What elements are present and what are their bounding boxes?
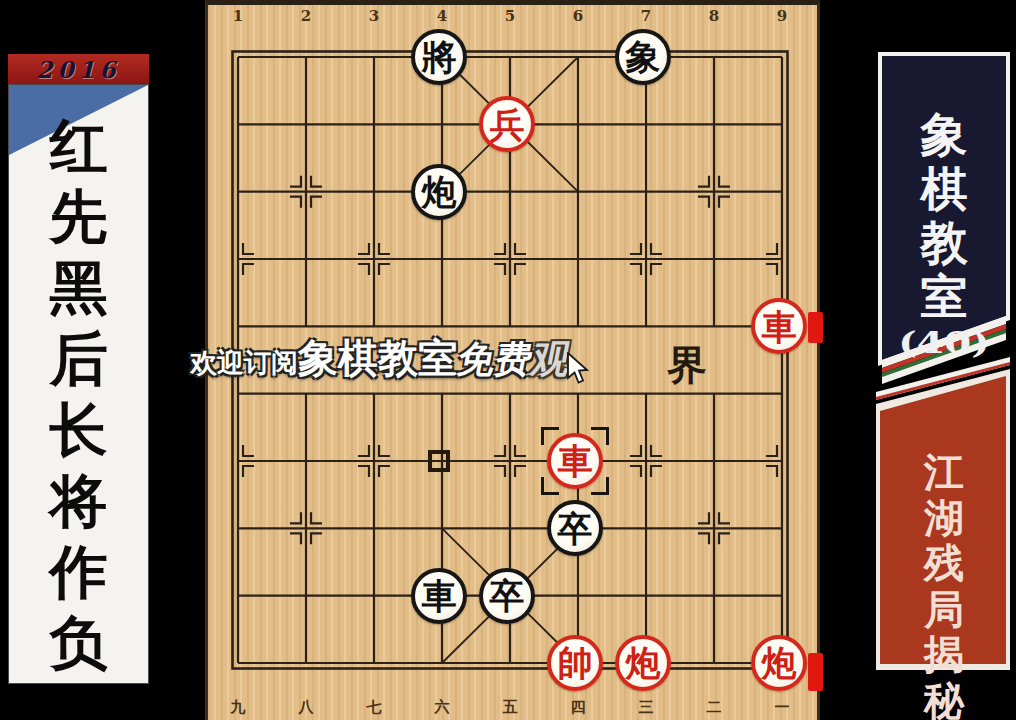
- subtitle-char: 江: [880, 450, 1008, 496]
- title-char: 象: [878, 108, 1010, 162]
- subtitle-char: 揭: [880, 632, 1008, 678]
- file-number-bottom: 五: [503, 698, 518, 717]
- file-number-bottom: 七: [367, 698, 382, 717]
- slogan-char: 作: [9, 537, 148, 608]
- black-piece-將[interactable]: 將: [411, 29, 467, 85]
- subtitle-char: 秘: [880, 678, 1008, 720]
- vertical-slogan: 红先黑后长将作负: [9, 85, 148, 679]
- file-number-bottom: 九: [231, 698, 246, 717]
- slogan-char: 黑: [9, 253, 148, 324]
- watermark-text-italic: 免费: [453, 335, 537, 386]
- file-number-top: 7: [641, 7, 651, 25]
- watermark-text-large: 象棋教室: [298, 331, 458, 386]
- right-banner-title: 象棋教室: [878, 108, 1010, 324]
- file-number-top: 8: [709, 7, 719, 25]
- slogan-char: 长: [9, 395, 148, 466]
- red-piece-炮[interactable]: 炮: [615, 635, 671, 691]
- file-number-bottom: 二: [707, 698, 722, 717]
- red-piece-兵[interactable]: 兵: [479, 96, 535, 152]
- red-piece-車[interactable]: 車: [751, 298, 807, 354]
- black-piece-炮[interactable]: 炮: [411, 164, 467, 220]
- slogan-char: 红: [9, 111, 148, 182]
- last-move-origin-marker: [428, 450, 450, 472]
- year-label: 2016: [36, 56, 120, 83]
- file-number-top: 1: [233, 7, 243, 25]
- subtitle-char: 湖: [880, 496, 1008, 542]
- red-piece-帥[interactable]: 帥: [547, 635, 603, 691]
- slogan-char: 负: [9, 608, 148, 679]
- file-number-bottom: 八: [299, 698, 314, 717]
- slogan-scroll: 红先黑后长将作负: [8, 84, 149, 684]
- red-piece-炮[interactable]: 炮: [751, 635, 807, 691]
- file-number-bottom: 三: [639, 698, 654, 717]
- file-number-bottom: 六: [435, 698, 450, 717]
- file-number-top: 6: [573, 7, 583, 25]
- black-piece-卒[interactable]: 卒: [479, 568, 535, 624]
- title-char: 教: [878, 216, 1010, 270]
- title-char: 室: [878, 270, 1010, 324]
- file-number-top: 5: [505, 7, 515, 25]
- file-number-bottom: 一: [775, 698, 790, 717]
- slogan-char: 后: [9, 324, 148, 395]
- watermark-text-small: 欢迎订阅: [190, 345, 298, 386]
- slogan-char: 先: [9, 182, 148, 253]
- black-piece-卒[interactable]: 卒: [547, 500, 603, 556]
- black-piece-車[interactable]: 車: [411, 568, 467, 624]
- subtitle-char: 残: [880, 541, 1008, 587]
- subtitle-char: 局: [880, 587, 1008, 633]
- right-banner-subtitle: 江湖残局揭秘: [880, 450, 1008, 720]
- watermark: 欢迎订阅 象棋教室 免费 观: [190, 331, 590, 386]
- year-band: 2016: [8, 54, 149, 84]
- red-piece-車[interactable]: 車: [547, 433, 603, 489]
- episode-number: (40): [855, 326, 1016, 360]
- file-number-top: 3: [369, 7, 379, 25]
- black-piece-象[interactable]: 象: [615, 29, 671, 85]
- file-number-top: 9: [777, 7, 787, 25]
- file-number-top: 4: [437, 7, 447, 25]
- file-number-top: 2: [301, 7, 311, 25]
- mouse-cursor-icon: [566, 352, 590, 386]
- file-number-bottom: 四: [571, 698, 586, 717]
- title-char: 棋: [878, 162, 1010, 216]
- slogan-char: 将: [9, 466, 148, 537]
- left-banner: 2016 红先黑后长将作负: [8, 54, 149, 684]
